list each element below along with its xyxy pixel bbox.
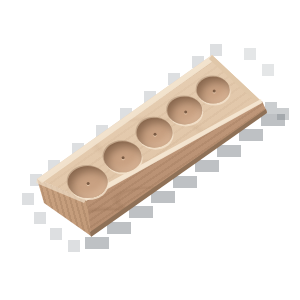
pit-5-recess bbox=[196, 76, 229, 103]
pit-1-recess bbox=[68, 166, 108, 198]
board-photo-stage bbox=[0, 0, 300, 300]
pit-3-recess bbox=[136, 118, 172, 148]
pit-3-center-drill-mark bbox=[153, 133, 156, 136]
pit-1-center-drill-mark bbox=[87, 182, 90, 185]
pit-2-center-drill-mark bbox=[121, 156, 124, 159]
pit-5-center-drill-mark bbox=[211, 89, 214, 92]
pit-2-recess bbox=[103, 141, 141, 172]
drop-shadow-steps bbox=[85, 237, 97, 249]
pit-4-center-drill-mark bbox=[183, 110, 186, 113]
pit-4-recess bbox=[167, 97, 202, 125]
